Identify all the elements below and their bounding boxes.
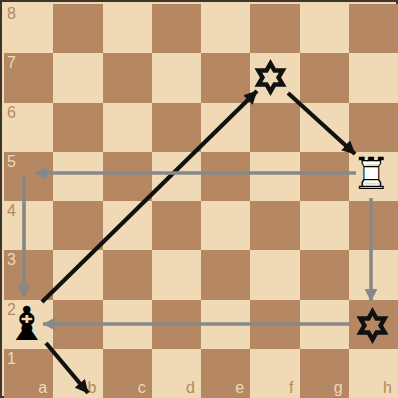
board-grid: 87654321abcdefgh: [4, 4, 398, 398]
square-f6[interactable]: [250, 103, 299, 152]
square-c6[interactable]: [103, 103, 152, 152]
square-d7[interactable]: [152, 53, 201, 102]
square-e7[interactable]: [201, 53, 250, 102]
coord-rank-4: 4: [7, 203, 16, 219]
square-g5[interactable]: [300, 152, 349, 201]
square-g4[interactable]: [300, 201, 349, 250]
square-h2[interactable]: [349, 300, 398, 349]
square-d8[interactable]: [152, 4, 201, 53]
square-c3[interactable]: [103, 250, 152, 299]
square-d2[interactable]: [152, 300, 201, 349]
square-c4[interactable]: [103, 201, 152, 250]
square-h4[interactable]: [349, 201, 398, 250]
coord-file-h: h: [383, 380, 392, 396]
square-g1[interactable]: g: [300, 349, 349, 398]
square-c7[interactable]: [103, 53, 152, 102]
square-h8[interactable]: [349, 4, 398, 53]
coord-rank-7: 7: [7, 55, 16, 71]
square-f7[interactable]: [250, 53, 299, 102]
square-g2[interactable]: [300, 300, 349, 349]
black-bishop[interactable]: ♝: [2, 298, 51, 347]
square-c1[interactable]: c: [103, 349, 152, 398]
square-a3[interactable]: 3: [4, 250, 53, 299]
square-f4[interactable]: [250, 201, 299, 250]
square-g6[interactable]: [300, 103, 349, 152]
white-rook[interactable]: ♜♖: [347, 150, 396, 199]
square-f5[interactable]: [250, 152, 299, 201]
square-a7[interactable]: 7: [4, 53, 53, 102]
square-g3[interactable]: [300, 250, 349, 299]
square-b2[interactable]: [53, 300, 102, 349]
square-g7[interactable]: [300, 53, 349, 102]
square-c2[interactable]: [103, 300, 152, 349]
square-e6[interactable]: [201, 103, 250, 152]
coord-file-d: d: [186, 380, 195, 396]
square-h3[interactable]: [349, 250, 398, 299]
chess-diagram: 87654321abcdefgh ♜♖♝: [0, 0, 398, 398]
black-bishop-glyph: ♝: [6, 300, 48, 347]
square-f1[interactable]: f: [250, 349, 299, 398]
square-e3[interactable]: [201, 250, 250, 299]
square-g8[interactable]: [300, 4, 349, 53]
square-a4[interactable]: 4: [4, 201, 53, 250]
coord-rank-5: 5: [7, 154, 16, 170]
coord-file-a: a: [38, 380, 47, 396]
coord-file-c: c: [138, 380, 146, 396]
white-rook-glyph: ♖: [352, 152, 391, 196]
square-b4[interactable]: [53, 201, 102, 250]
square-h6[interactable]: [349, 103, 398, 152]
square-c5[interactable]: [103, 152, 152, 201]
square-b8[interactable]: [53, 4, 102, 53]
square-d5[interactable]: [152, 152, 201, 201]
coord-rank-6: 6: [7, 105, 16, 121]
square-e1[interactable]: e: [201, 349, 250, 398]
coord-file-b: b: [88, 380, 97, 396]
coord-file-f: f: [289, 380, 293, 396]
square-d6[interactable]: [152, 103, 201, 152]
square-b3[interactable]: [53, 250, 102, 299]
square-b6[interactable]: [53, 103, 102, 152]
square-a6[interactable]: 6: [4, 103, 53, 152]
square-h1[interactable]: h: [349, 349, 398, 398]
square-a1[interactable]: 1a: [4, 349, 53, 398]
square-f8[interactable]: [250, 4, 299, 53]
square-f3[interactable]: [250, 250, 299, 299]
chess-board: 87654321abcdefgh: [0, 0, 398, 398]
square-b7[interactable]: [53, 53, 102, 102]
square-b5[interactable]: [53, 152, 102, 201]
square-c8[interactable]: [103, 4, 152, 53]
coord-rank-3: 3: [7, 252, 16, 268]
square-d3[interactable]: [152, 250, 201, 299]
square-e5[interactable]: [201, 152, 250, 201]
square-e4[interactable]: [201, 201, 250, 250]
square-h7[interactable]: [349, 53, 398, 102]
coord-rank-8: 8: [7, 6, 16, 22]
square-d1[interactable]: d: [152, 349, 201, 398]
square-f2[interactable]: [250, 300, 299, 349]
square-b1[interactable]: b: [53, 349, 102, 398]
coord-file-g: g: [334, 380, 343, 396]
coord-rank-1: 1: [7, 351, 16, 367]
square-e2[interactable]: [201, 300, 250, 349]
coord-file-e: e: [235, 380, 244, 396]
square-d4[interactable]: [152, 201, 201, 250]
square-a5[interactable]: 5: [4, 152, 53, 201]
square-a8[interactable]: 8: [4, 4, 53, 53]
square-e8[interactable]: [201, 4, 250, 53]
